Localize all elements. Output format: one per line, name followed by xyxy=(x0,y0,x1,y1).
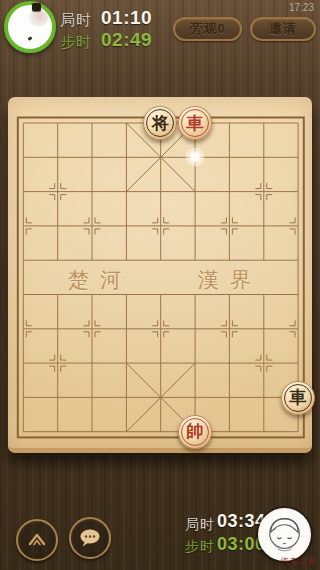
opponent-move-time: 02:49 xyxy=(101,29,152,51)
player-avatar[interactable] xyxy=(258,508,311,561)
system-clock: 17:23 xyxy=(289,2,314,13)
avatar-notch xyxy=(32,3,41,11)
opponent-move-time-label: 步时 xyxy=(60,33,92,52)
piece-black-general[interactable]: 将 xyxy=(143,106,177,140)
board-grid[interactable]: 将車車帥 xyxy=(6,106,315,449)
opponent-game-time-label: 局时 xyxy=(60,11,92,30)
xiangqi-app-screen: 局时 01:10 步时 02:49 17:23 旁观0 邀请 楚河 漢界 将車車… xyxy=(0,0,320,570)
menu-button[interactable] xyxy=(16,519,58,561)
piece-black-chariot[interactable]: 車 xyxy=(281,381,315,415)
avatar-image xyxy=(28,9,48,27)
piece-character: 将 xyxy=(144,107,176,139)
chevron-up-icon xyxy=(25,528,49,552)
chat-button[interactable] xyxy=(69,517,111,559)
player-move-time-label: 步时 xyxy=(185,538,215,556)
player-game-time-label: 局时 xyxy=(185,516,215,534)
opponent-game-time: 01:10 xyxy=(101,7,152,29)
piece-red-general[interactable]: 帥 xyxy=(178,415,212,449)
piece-character: 車 xyxy=(282,382,314,414)
watermark: 汽车之家 xyxy=(281,556,317,567)
avatar-sketch-image xyxy=(260,510,309,559)
piece-character: 帥 xyxy=(179,416,211,448)
invite-button[interactable]: 邀请 xyxy=(250,17,316,41)
chat-bubble-icon xyxy=(77,526,103,550)
spectate-button[interactable]: 旁观0 xyxy=(173,17,242,41)
piece-character: 車 xyxy=(179,107,211,139)
last-move-marker xyxy=(185,147,205,167)
piece-red-chariot[interactable]: 車 xyxy=(178,106,212,140)
opponent-avatar[interactable] xyxy=(4,1,56,53)
